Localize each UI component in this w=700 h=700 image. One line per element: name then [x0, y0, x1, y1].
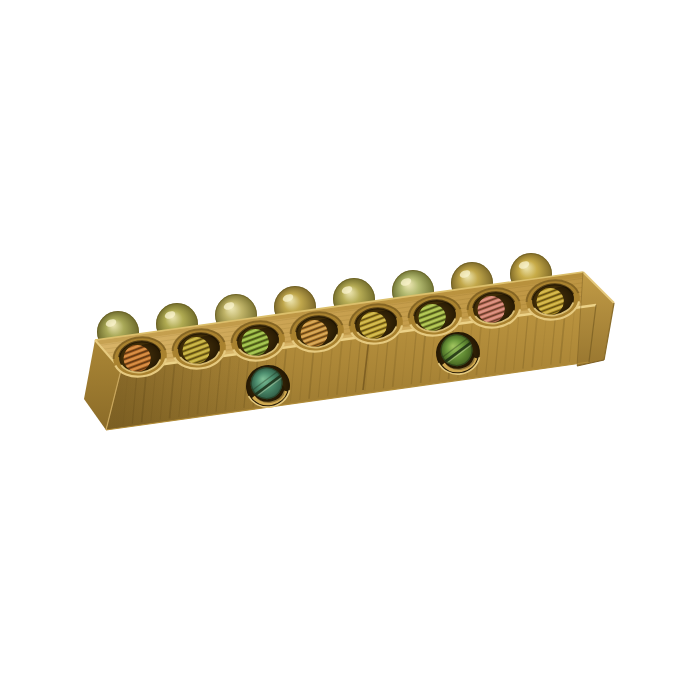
product-photo-canvas: [0, 0, 700, 700]
bus-bar-photo: [0, 0, 700, 700]
